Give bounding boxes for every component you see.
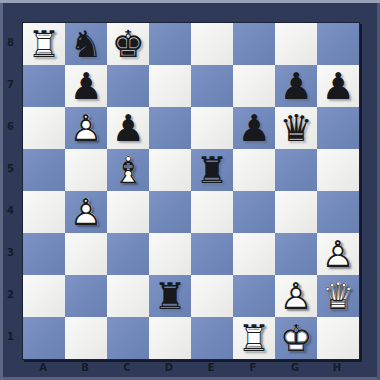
rank-label-3: 3: [0, 232, 21, 274]
piece-white-pawn-b6[interactable]: ♟♙: [65, 107, 107, 149]
pawn-glyph: ♟: [233, 107, 275, 149]
knight-glyph: ♞: [65, 23, 107, 65]
square-g3[interactable]: [275, 233, 317, 275]
piece-white-queen-h2[interactable]: ♛♕: [317, 275, 359, 317]
pawn-glyph-outline: ♙: [317, 233, 359, 275]
square-c3[interactable]: [107, 233, 149, 275]
piece-white-pawn-g2[interactable]: ♟♙: [275, 275, 317, 317]
rook-glyph-outline: ♖: [233, 317, 275, 359]
square-b8[interactable]: ♞: [65, 23, 107, 65]
file-label-g: G: [274, 358, 316, 378]
square-b1[interactable]: [65, 317, 107, 359]
square-f6[interactable]: ♟: [233, 107, 275, 149]
square-f5[interactable]: [233, 149, 275, 191]
square-e6[interactable]: [191, 107, 233, 149]
square-f2[interactable]: [233, 275, 275, 317]
file-label-a: A: [22, 358, 64, 378]
file-label-b: B: [64, 358, 106, 378]
square-g8[interactable]: [275, 23, 317, 65]
square-f7[interactable]: [233, 65, 275, 107]
square-h6[interactable]: [317, 107, 359, 149]
square-b4[interactable]: ♟♙: [65, 191, 107, 233]
square-g2[interactable]: ♟♙: [275, 275, 317, 317]
rook-glyph: ♜: [191, 149, 233, 191]
square-e2[interactable]: [191, 275, 233, 317]
square-d2[interactable]: ♜: [149, 275, 191, 317]
square-h7[interactable]: ♟: [317, 65, 359, 107]
rank-label-8: 8: [0, 22, 21, 64]
square-h3[interactable]: ♟♙: [317, 233, 359, 275]
square-a5[interactable]: [23, 149, 65, 191]
square-e4[interactable]: [191, 191, 233, 233]
piece-black-king-c8[interactable]: ♚: [107, 23, 149, 65]
bishop-glyph-outline: ♗: [107, 149, 149, 191]
square-b2[interactable]: [65, 275, 107, 317]
square-c4[interactable]: [107, 191, 149, 233]
piece-white-rook-f1[interactable]: ♜♖: [233, 317, 275, 359]
piece-black-pawn-b7[interactable]: ♟: [65, 65, 107, 107]
pawn-glyph-outline: ♙: [65, 191, 107, 233]
rook-glyph-outline: ♖: [23, 23, 65, 65]
square-d5[interactable]: [149, 149, 191, 191]
square-a6[interactable]: [23, 107, 65, 149]
rank-labels: 87654321: [0, 22, 21, 358]
square-d3[interactable]: [149, 233, 191, 275]
square-d4[interactable]: [149, 191, 191, 233]
piece-black-pawn-f6[interactable]: ♟: [233, 107, 275, 149]
square-g7[interactable]: ♟: [275, 65, 317, 107]
piece-black-knight-b8[interactable]: ♞: [65, 23, 107, 65]
square-c8[interactable]: ♚: [107, 23, 149, 65]
chess-board[interactable]: ♜♖♞♚♟♟♟♟♙♟♟♛♝♗♜♟♙♟♙♜♟♙♛♕♜♖♚♔: [22, 22, 360, 360]
square-a8[interactable]: ♜♖: [23, 23, 65, 65]
square-g6[interactable]: ♛: [275, 107, 317, 149]
pawn-glyph: ♟: [107, 107, 149, 149]
square-e1[interactable]: [191, 317, 233, 359]
queen-glyph: ♛: [275, 107, 317, 149]
king-glyph-outline: ♔: [275, 317, 317, 359]
square-b3[interactable]: [65, 233, 107, 275]
square-h4[interactable]: [317, 191, 359, 233]
square-e5[interactable]: ♜: [191, 149, 233, 191]
square-c2[interactable]: [107, 275, 149, 317]
square-h1[interactable]: [317, 317, 359, 359]
pawn-glyph: ♟: [317, 65, 359, 107]
square-h5[interactable]: [317, 149, 359, 191]
square-e3[interactable]: [191, 233, 233, 275]
square-h2[interactable]: ♛♕: [317, 275, 359, 317]
square-f8[interactable]: [233, 23, 275, 65]
pawn-glyph-outline: ♙: [275, 275, 317, 317]
rook-glyph: ♜: [149, 275, 191, 317]
square-b5[interactable]: [65, 149, 107, 191]
square-a4[interactable]: [23, 191, 65, 233]
piece-black-pawn-h7[interactable]: ♟: [317, 65, 359, 107]
piece-black-pawn-g7[interactable]: ♟: [275, 65, 317, 107]
file-label-f: F: [232, 358, 274, 378]
rank-label-4: 4: [0, 190, 21, 232]
square-f3[interactable]: [233, 233, 275, 275]
square-d7[interactable]: [149, 65, 191, 107]
square-a1[interactable]: [23, 317, 65, 359]
square-d1[interactable]: [149, 317, 191, 359]
square-b7[interactable]: ♟: [65, 65, 107, 107]
square-a3[interactable]: [23, 233, 65, 275]
piece-white-pawn-b4[interactable]: ♟♙: [65, 191, 107, 233]
square-g4[interactable]: [275, 191, 317, 233]
square-g1[interactable]: ♚♔: [275, 317, 317, 359]
square-a2[interactable]: [23, 275, 65, 317]
piece-black-pawn-c6[interactable]: ♟: [107, 107, 149, 149]
rank-label-5: 5: [0, 148, 21, 190]
square-e7[interactable]: [191, 65, 233, 107]
file-label-e: E: [190, 358, 232, 378]
queen-glyph-outline: ♕: [317, 275, 359, 317]
pawn-glyph: ♟: [275, 65, 317, 107]
square-d6[interactable]: [149, 107, 191, 149]
square-c1[interactable]: [107, 317, 149, 359]
square-d8[interactable]: [149, 23, 191, 65]
king-glyph: ♚: [107, 23, 149, 65]
file-label-h: H: [316, 358, 358, 378]
file-label-d: D: [148, 358, 190, 378]
file-labels: ABCDEFGH: [22, 358, 358, 378]
rank-label-7: 7: [0, 64, 21, 106]
square-f4[interactable]: [233, 191, 275, 233]
square-g5[interactable]: [275, 149, 317, 191]
square-c7[interactable]: [107, 65, 149, 107]
piece-black-rook-e5[interactable]: ♜: [191, 149, 233, 191]
piece-white-rook-a8[interactable]: ♜♖: [23, 23, 65, 65]
square-e8[interactable]: [191, 23, 233, 65]
pawn-glyph: ♟: [65, 65, 107, 107]
piece-black-rook-d2[interactable]: ♜: [149, 275, 191, 317]
piece-white-king-g1[interactable]: ♚♔: [275, 317, 317, 359]
square-c5[interactable]: ♝♗: [107, 149, 149, 191]
pawn-glyph-outline: ♙: [65, 107, 107, 149]
piece-black-queen-g6[interactable]: ♛: [275, 107, 317, 149]
square-h8[interactable]: [317, 23, 359, 65]
rank-label-1: 1: [0, 316, 21, 358]
square-c6[interactable]: ♟: [107, 107, 149, 149]
rank-label-2: 2: [0, 274, 21, 316]
square-b6[interactable]: ♟♙: [65, 107, 107, 149]
rank-label-6: 6: [0, 106, 21, 148]
piece-white-pawn-h3[interactable]: ♟♙: [317, 233, 359, 275]
square-f1[interactable]: ♜♖: [233, 317, 275, 359]
file-label-c: C: [106, 358, 148, 378]
square-a7[interactable]: [23, 65, 65, 107]
piece-white-bishop-c5[interactable]: ♝♗: [107, 149, 149, 191]
board-frame: 87654321 ♜♖♞♚♟♟♟♟♙♟♟♛♝♗♜♟♙♟♙♜♟♙♛♕♜♖♚♔ AB…: [0, 0, 380, 380]
